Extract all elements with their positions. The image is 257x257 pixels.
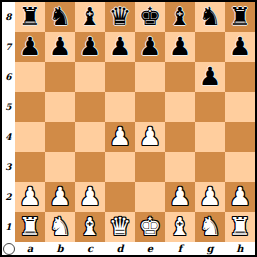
square-e7[interactable]: ♟ bbox=[135, 32, 165, 62]
rank-labels: 87654321 bbox=[2, 2, 15, 242]
board[interactable]: ♜♞♝♛♚♝♞♜♟♟♟♟♟♟♟♟♟♟♟♟♟♟♟♟♜♞♝♛♚♝♞♜ bbox=[15, 2, 255, 242]
square-e4[interactable]: ♟ bbox=[135, 122, 165, 152]
black-bishop[interactable]: ♝ bbox=[169, 2, 191, 32]
rank-label-4: 4 bbox=[2, 122, 15, 152]
square-g3[interactable] bbox=[195, 152, 225, 182]
square-d4[interactable]: ♟ bbox=[105, 122, 135, 152]
square-g1[interactable]: ♞ bbox=[195, 212, 225, 242]
rank-label-5: 5 bbox=[2, 92, 15, 122]
square-e6[interactable] bbox=[135, 62, 165, 92]
square-d3[interactable] bbox=[105, 152, 135, 182]
white-pawn[interactable]: ♟ bbox=[229, 182, 251, 212]
square-c8[interactable]: ♝ bbox=[75, 2, 105, 32]
file-label-g: g bbox=[195, 242, 225, 255]
white-bishop[interactable]: ♝ bbox=[169, 212, 191, 242]
white-pawn[interactable]: ♟ bbox=[49, 182, 71, 212]
file-label-f: f bbox=[165, 242, 195, 255]
square-d6[interactable] bbox=[105, 62, 135, 92]
black-pawn[interactable]: ♟ bbox=[49, 32, 71, 62]
square-b7[interactable]: ♟ bbox=[45, 32, 75, 62]
rank-label-6: 6 bbox=[2, 62, 15, 92]
chess-diagram: 87654321 ♜♞♝♛♚♝♞♜♟♟♟♟♟♟♟♟♟♟♟♟♟♟♟♟♜♞♝♛♚♝♞… bbox=[0, 0, 257, 257]
file-label-a: a bbox=[15, 242, 45, 255]
black-king[interactable]: ♚ bbox=[139, 2, 161, 32]
file-labels: abcdefgh bbox=[15, 242, 255, 255]
white-pawn[interactable]: ♟ bbox=[139, 122, 161, 152]
turn-indicator-cell bbox=[2, 242, 15, 255]
square-h1[interactable]: ♜ bbox=[225, 212, 255, 242]
black-pawn[interactable]: ♟ bbox=[19, 32, 41, 62]
black-pawn[interactable]: ♟ bbox=[169, 32, 191, 62]
square-a3[interactable] bbox=[15, 152, 45, 182]
white-pawn[interactable]: ♟ bbox=[19, 182, 41, 212]
square-f5[interactable] bbox=[165, 92, 195, 122]
square-c3[interactable] bbox=[75, 152, 105, 182]
square-c7[interactable]: ♟ bbox=[75, 32, 105, 62]
white-bishop[interactable]: ♝ bbox=[79, 212, 101, 242]
black-pawn[interactable]: ♟ bbox=[79, 32, 101, 62]
square-a6[interactable] bbox=[15, 62, 45, 92]
black-knight[interactable]: ♞ bbox=[49, 2, 71, 32]
square-h4[interactable] bbox=[225, 122, 255, 152]
white-pawn[interactable]: ♟ bbox=[169, 182, 191, 212]
square-a5[interactable] bbox=[15, 92, 45, 122]
file-label-b: b bbox=[45, 242, 75, 255]
black-rook[interactable]: ♜ bbox=[19, 2, 41, 32]
rank-label-7: 7 bbox=[2, 32, 15, 62]
square-f1[interactable]: ♝ bbox=[165, 212, 195, 242]
square-g7[interactable] bbox=[195, 32, 225, 62]
white-knight[interactable]: ♞ bbox=[199, 212, 221, 242]
black-rook[interactable]: ♜ bbox=[229, 2, 251, 32]
square-d7[interactable]: ♟ bbox=[105, 32, 135, 62]
square-a4[interactable] bbox=[15, 122, 45, 152]
white-rook[interactable]: ♜ bbox=[19, 212, 41, 242]
square-a7[interactable]: ♟ bbox=[15, 32, 45, 62]
square-f8[interactable]: ♝ bbox=[165, 2, 195, 32]
white-pawn[interactable]: ♟ bbox=[109, 122, 131, 152]
rank-label-3: 3 bbox=[2, 152, 15, 182]
black-pawn[interactable]: ♟ bbox=[139, 32, 161, 62]
square-d8[interactable]: ♛ bbox=[105, 2, 135, 32]
white-king[interactable]: ♚ bbox=[139, 212, 161, 242]
square-g6[interactable]: ♟ bbox=[195, 62, 225, 92]
square-c2[interactable]: ♟ bbox=[75, 182, 105, 212]
file-label-c: c bbox=[75, 242, 105, 255]
square-e2[interactable] bbox=[135, 182, 165, 212]
square-a2[interactable]: ♟ bbox=[15, 182, 45, 212]
black-queen[interactable]: ♛ bbox=[109, 2, 131, 32]
square-h2[interactable]: ♟ bbox=[225, 182, 255, 212]
square-g5[interactable] bbox=[195, 92, 225, 122]
square-f4[interactable] bbox=[165, 122, 195, 152]
white-queen[interactable]: ♛ bbox=[109, 212, 131, 242]
rank-label-1: 1 bbox=[2, 212, 15, 242]
square-h5[interactable] bbox=[225, 92, 255, 122]
square-f6[interactable] bbox=[165, 62, 195, 92]
square-d5[interactable] bbox=[105, 92, 135, 122]
square-h3[interactable] bbox=[225, 152, 255, 182]
square-g2[interactable]: ♟ bbox=[195, 182, 225, 212]
square-e1[interactable]: ♚ bbox=[135, 212, 165, 242]
square-h8[interactable]: ♜ bbox=[225, 2, 255, 32]
square-b1[interactable]: ♞ bbox=[45, 212, 75, 242]
square-e3[interactable] bbox=[135, 152, 165, 182]
rank-label-2: 2 bbox=[2, 182, 15, 212]
file-label-h: h bbox=[225, 242, 255, 255]
square-b6[interactable] bbox=[45, 62, 75, 92]
white-pawn[interactable]: ♟ bbox=[199, 182, 221, 212]
rank-label-8: 8 bbox=[2, 2, 15, 32]
white-pawn[interactable]: ♟ bbox=[79, 182, 101, 212]
square-f7[interactable]: ♟ bbox=[165, 32, 195, 62]
square-d2[interactable] bbox=[105, 182, 135, 212]
square-b5[interactable] bbox=[45, 92, 75, 122]
square-a1[interactable]: ♜ bbox=[15, 212, 45, 242]
square-g8[interactable]: ♞ bbox=[195, 2, 225, 32]
black-pawn[interactable]: ♟ bbox=[199, 62, 221, 92]
square-b2[interactable]: ♟ bbox=[45, 182, 75, 212]
square-h6[interactable] bbox=[225, 62, 255, 92]
square-g4[interactable] bbox=[195, 122, 225, 152]
square-c6[interactable] bbox=[75, 62, 105, 92]
square-f2[interactable]: ♟ bbox=[165, 182, 195, 212]
file-label-e: e bbox=[135, 242, 165, 255]
square-c4[interactable] bbox=[75, 122, 105, 152]
white-rook[interactable]: ♜ bbox=[229, 212, 251, 242]
square-e8[interactable]: ♚ bbox=[135, 2, 165, 32]
square-b4[interactable] bbox=[45, 122, 75, 152]
square-c1[interactable]: ♝ bbox=[75, 212, 105, 242]
square-c5[interactable] bbox=[75, 92, 105, 122]
black-pawn[interactable]: ♟ bbox=[229, 32, 251, 62]
square-d1[interactable]: ♛ bbox=[105, 212, 135, 242]
square-h7[interactable]: ♟ bbox=[225, 32, 255, 62]
black-pawn[interactable]: ♟ bbox=[109, 32, 131, 62]
file-label-d: d bbox=[105, 242, 135, 255]
white-knight[interactable]: ♞ bbox=[49, 212, 71, 242]
black-bishop[interactable]: ♝ bbox=[79, 2, 101, 32]
square-a8[interactable]: ♜ bbox=[15, 2, 45, 32]
white-to-move-indicator-icon bbox=[3, 243, 15, 255]
square-b8[interactable]: ♞ bbox=[45, 2, 75, 32]
square-e5[interactable] bbox=[135, 92, 165, 122]
square-b3[interactable] bbox=[45, 152, 75, 182]
black-knight[interactable]: ♞ bbox=[199, 2, 221, 32]
square-f3[interactable] bbox=[165, 152, 195, 182]
